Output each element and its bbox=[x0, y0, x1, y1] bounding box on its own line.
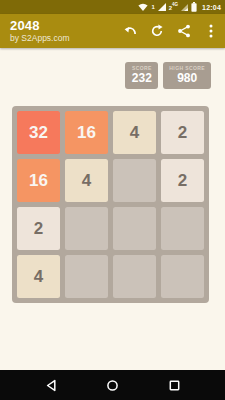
tile-4: 4 bbox=[17, 255, 60, 298]
back-icon bbox=[45, 379, 57, 392]
sim1-label: 1 bbox=[151, 4, 154, 10]
app-title: 2048 bbox=[10, 19, 70, 33]
tile-2: 2 bbox=[17, 207, 60, 250]
empty-cell bbox=[65, 207, 108, 250]
screen: { "game": "2048", "position": "32 16 4 2… bbox=[0, 0, 225, 400]
overflow-menu-icon bbox=[209, 24, 213, 38]
share-icon bbox=[177, 24, 191, 38]
high-score-value: 980 bbox=[169, 72, 205, 85]
app-subtitle: by S2Apps.com bbox=[10, 33, 70, 43]
tile-16: 16 bbox=[65, 111, 108, 154]
empty-cell bbox=[113, 255, 156, 298]
empty-cell bbox=[113, 207, 156, 250]
undo-icon bbox=[123, 24, 137, 38]
home-button[interactable] bbox=[106, 379, 119, 392]
wifi-icon bbox=[138, 3, 148, 11]
recents-icon bbox=[168, 379, 181, 392]
app-bar: 2048 by S2Apps.com bbox=[0, 14, 225, 48]
tile-2: 2 bbox=[161, 159, 204, 202]
back-button[interactable] bbox=[44, 379, 57, 392]
tile-4: 4 bbox=[65, 159, 108, 202]
status-bar: 1 24G 12:04 bbox=[0, 0, 225, 14]
undo-button[interactable] bbox=[123, 24, 137, 38]
high-score-box: HIGH SCORE 980 bbox=[163, 62, 211, 89]
app-bar-actions bbox=[123, 24, 218, 38]
empty-cell bbox=[65, 255, 108, 298]
tile-32: 32 bbox=[17, 111, 60, 154]
score-row: SCORE 232 HIGH SCORE 980 bbox=[0, 62, 211, 89]
android-nav-bar bbox=[0, 370, 225, 400]
signal-sim1-icon bbox=[158, 3, 166, 11]
network-badge: 4G bbox=[172, 2, 178, 7]
signal-sim2-icon bbox=[181, 4, 188, 11]
empty-cell bbox=[161, 255, 204, 298]
empty-cell bbox=[161, 207, 204, 250]
restart-button[interactable] bbox=[150, 24, 164, 38]
restart-icon bbox=[150, 24, 164, 38]
share-button[interactable] bbox=[177, 24, 191, 38]
tile-4: 4 bbox=[113, 111, 156, 154]
score-box: SCORE 232 bbox=[125, 62, 158, 89]
home-icon bbox=[106, 379, 119, 392]
status-clock: 12:04 bbox=[202, 4, 221, 11]
board[interactable]: 321642164224 bbox=[12, 106, 209, 303]
app-titles: 2048 by S2Apps.com bbox=[10, 19, 70, 43]
overflow-menu-button[interactable] bbox=[204, 24, 218, 38]
score-value: 232 bbox=[131, 72, 152, 85]
tile-16: 16 bbox=[17, 159, 60, 202]
tile-2: 2 bbox=[161, 111, 204, 154]
sim2-label: 24G bbox=[169, 3, 178, 11]
empty-cell bbox=[113, 159, 156, 202]
recents-button[interactable] bbox=[168, 379, 181, 392]
battery-icon bbox=[191, 2, 197, 12]
